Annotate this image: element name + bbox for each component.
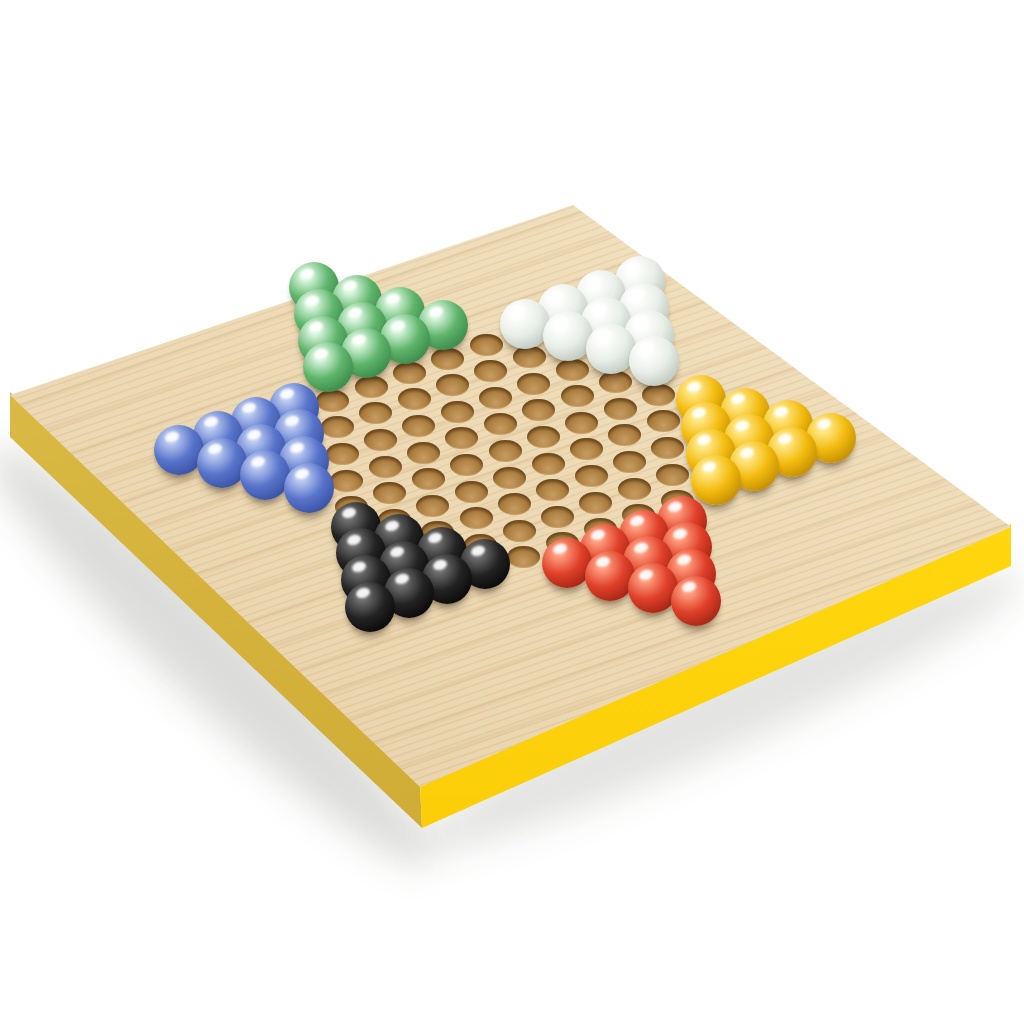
marble-highlight bbox=[700, 460, 716, 473]
board-hole[interactable] bbox=[513, 346, 546, 368]
board-hole[interactable] bbox=[608, 424, 641, 446]
marble-green[interactable] bbox=[303, 342, 353, 392]
board-hole[interactable] bbox=[503, 520, 536, 542]
marble-highlight bbox=[289, 441, 305, 454]
board-hole[interactable] bbox=[431, 348, 464, 370]
board-hole[interactable] bbox=[373, 482, 406, 504]
marble-highlight bbox=[308, 320, 324, 333]
marble-highlight bbox=[313, 347, 329, 360]
marble-highlight bbox=[596, 328, 612, 341]
marble-highlight bbox=[164, 430, 180, 443]
marble-highlight bbox=[586, 275, 602, 288]
marble-highlight bbox=[246, 428, 262, 441]
marble-white[interactable] bbox=[500, 299, 550, 349]
marble-highlight bbox=[351, 333, 367, 346]
board-hole[interactable] bbox=[316, 390, 349, 412]
marble-red[interactable] bbox=[542, 538, 592, 588]
marble-highlight bbox=[681, 580, 697, 593]
marble-highlight bbox=[470, 544, 486, 557]
marble-highlight bbox=[552, 543, 568, 556]
marble-highlight bbox=[207, 442, 223, 455]
marble-highlight bbox=[638, 568, 654, 581]
board-hole[interactable] bbox=[470, 334, 503, 356]
marble-white[interactable] bbox=[543, 311, 593, 361]
board-hole[interactable] bbox=[321, 416, 354, 438]
marble-highlight bbox=[686, 380, 702, 393]
board-hole[interactable] bbox=[536, 479, 569, 501]
board-hole[interactable] bbox=[398, 388, 431, 410]
board-hole[interactable] bbox=[441, 401, 474, 423]
board-hole[interactable] bbox=[407, 442, 440, 464]
marble-highlight bbox=[284, 414, 300, 427]
marble-highlight bbox=[628, 514, 644, 527]
marble-highlight bbox=[639, 341, 655, 354]
marble-highlight bbox=[203, 416, 219, 429]
board-hole[interactable] bbox=[647, 410, 680, 432]
board-hole[interactable] bbox=[532, 453, 565, 475]
marble-white[interactable] bbox=[586, 324, 636, 374]
board-hole[interactable] bbox=[479, 387, 512, 409]
marble-highlight bbox=[734, 419, 750, 432]
board-hole[interactable] bbox=[498, 493, 531, 515]
marble-white[interactable] bbox=[629, 336, 679, 386]
board-hole[interactable] bbox=[556, 359, 589, 381]
marble-highlight bbox=[633, 541, 649, 554]
marble-highlight bbox=[384, 519, 400, 532]
marble-highlight bbox=[389, 546, 405, 559]
marble-black[interactable] bbox=[345, 582, 395, 632]
marble-highlight bbox=[347, 306, 363, 319]
board-hole[interactable] bbox=[522, 399, 555, 421]
board-hole[interactable] bbox=[579, 492, 612, 514]
marble-highlight bbox=[351, 560, 367, 573]
marble-blue[interactable] bbox=[284, 463, 334, 513]
marble-highlight bbox=[299, 267, 315, 280]
product-photo-canvas: { "game": "chinese-checkers", "game_titl… bbox=[0, 0, 1024, 1024]
marble-highlight bbox=[355, 586, 371, 599]
marble-highlight bbox=[667, 500, 683, 513]
board-hole[interactable] bbox=[359, 402, 392, 424]
marble-highlight bbox=[509, 303, 525, 316]
marble-red[interactable] bbox=[671, 576, 721, 626]
marble-highlight bbox=[432, 558, 448, 571]
marble-highlight bbox=[634, 314, 650, 327]
marble-highlight bbox=[676, 554, 692, 567]
marble-highlight bbox=[595, 555, 611, 568]
board-hole[interactable] bbox=[474, 360, 507, 382]
marble-highlight bbox=[342, 280, 358, 293]
board-hole[interactable] bbox=[460, 507, 493, 529]
board-hole[interactable] bbox=[369, 456, 402, 478]
board-hole[interactable] bbox=[575, 465, 608, 487]
board-hole[interactable] bbox=[436, 374, 469, 396]
board-hole[interactable] bbox=[642, 384, 675, 406]
board-hole[interactable] bbox=[326, 443, 359, 465]
marble-blue[interactable] bbox=[240, 450, 290, 500]
board-hole[interactable] bbox=[599, 371, 632, 393]
scene bbox=[0, 0, 1024, 1024]
marble-highlight bbox=[390, 319, 406, 332]
board-hole[interactable] bbox=[570, 438, 603, 460]
board-hole[interactable] bbox=[493, 467, 526, 489]
marble-highlight bbox=[552, 316, 568, 329]
board-hole[interactable] bbox=[364, 429, 397, 451]
board-hole[interactable] bbox=[527, 426, 560, 448]
board-hole[interactable] bbox=[517, 373, 550, 395]
board-hole[interactable] bbox=[330, 470, 363, 492]
board-hole[interactable] bbox=[416, 495, 449, 517]
board-hole[interactable] bbox=[651, 437, 684, 459]
marble-highlight bbox=[624, 261, 640, 274]
board-hole[interactable] bbox=[541, 506, 574, 528]
marble-highlight bbox=[629, 288, 645, 301]
board-hole[interactable] bbox=[393, 362, 426, 384]
marble-highlight bbox=[346, 533, 362, 546]
board-hole[interactable] bbox=[613, 451, 646, 473]
marble-highlight bbox=[777, 432, 793, 445]
marble-highlight bbox=[341, 506, 357, 519]
marble-highlight bbox=[394, 572, 410, 585]
board-hole[interactable] bbox=[455, 481, 488, 503]
marble-yellow[interactable] bbox=[691, 455, 741, 505]
chinese-checkers-board bbox=[0, 0, 1024, 1024]
marble-highlight bbox=[548, 289, 564, 302]
board-hole[interactable] bbox=[484, 413, 517, 435]
marble-highlight bbox=[590, 528, 606, 541]
board-hole[interactable] bbox=[565, 412, 598, 434]
board-hole[interactable] bbox=[402, 415, 435, 437]
board-hole[interactable] bbox=[355, 376, 388, 398]
board-hole[interactable] bbox=[507, 546, 540, 568]
marble-highlight bbox=[427, 531, 443, 544]
marble-highlight bbox=[739, 446, 755, 459]
marble-highlight bbox=[250, 455, 266, 468]
board-hole[interactable] bbox=[604, 398, 637, 420]
board-hole[interactable] bbox=[450, 454, 483, 476]
board-hole[interactable] bbox=[618, 478, 651, 500]
marble-highlight bbox=[428, 305, 444, 318]
marble-highlight bbox=[772, 405, 788, 418]
marble-highlight bbox=[293, 467, 309, 480]
board-hole[interactable] bbox=[656, 464, 689, 486]
marble-highlight bbox=[591, 302, 607, 315]
marble-highlight bbox=[729, 392, 745, 405]
marble-highlight bbox=[696, 433, 712, 446]
board-hole[interactable] bbox=[561, 385, 594, 407]
marble-highlight bbox=[241, 401, 257, 414]
marble-highlight bbox=[691, 406, 707, 419]
marble-red[interactable] bbox=[585, 551, 635, 601]
board-hole[interactable] bbox=[412, 468, 445, 490]
marble-highlight bbox=[279, 387, 295, 400]
marble-highlight bbox=[385, 292, 401, 305]
marble-highlight bbox=[304, 294, 320, 307]
marble-highlight bbox=[815, 418, 831, 431]
marble-highlight bbox=[671, 527, 687, 540]
board-hole[interactable] bbox=[489, 440, 522, 462]
board-hole[interactable] bbox=[445, 427, 478, 449]
